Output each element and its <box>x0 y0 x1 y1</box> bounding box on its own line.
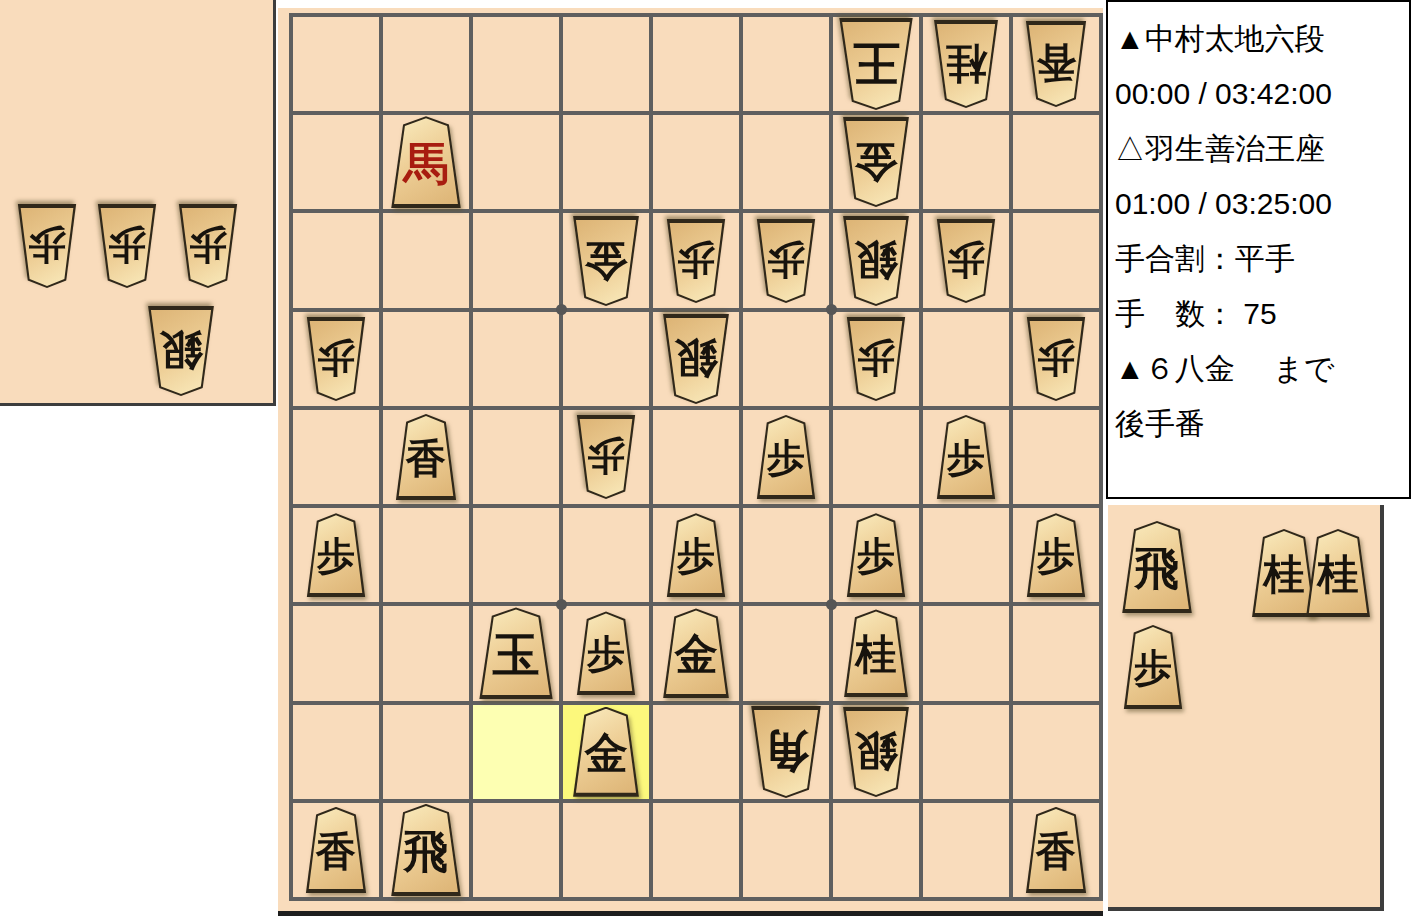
square-43[interactable]: 歩 <box>743 213 829 307</box>
piece-body: 銀 <box>841 216 911 306</box>
piece-gote-silver[interactable]: 銀 <box>661 314 731 404</box>
piece-kanji: 歩 <box>1025 537 1087 575</box>
piece-body: 金 <box>571 216 641 306</box>
piece-body: 歩 <box>1025 317 1087 401</box>
piece-kanji: 金 <box>661 633 731 676</box>
square-42[interactable] <box>743 115 829 209</box>
piece-kanji: 歩 <box>665 241 727 279</box>
piece-gote-lance[interactable]: 香 <box>1024 21 1088 107</box>
piece-kanji: 歩 <box>575 635 637 673</box>
piece-body: 歩 <box>16 204 78 288</box>
piece-gote-pawn[interactable]: 歩 <box>305 317 367 401</box>
piece-sente-promoted-bishop[interactable]: 馬 <box>389 116 463 208</box>
square-66[interactable] <box>563 508 649 602</box>
square-25[interactable]: 歩 <box>923 410 1009 504</box>
piece-gote-gold[interactable]: 金 <box>571 216 641 306</box>
square-18[interactable] <box>1013 705 1099 799</box>
square-69[interactable] <box>563 803 649 897</box>
piece-gote-pawn[interactable]: 歩 <box>177 204 239 288</box>
piece-gote-king[interactable]: 王 <box>837 18 915 110</box>
board-grid: 王桂香馬金金歩歩銀歩歩銀歩歩香歩歩歩歩歩歩歩玉歩金桂金角銀香飛香 <box>289 13 1103 901</box>
piece-body: 銀 <box>841 707 911 797</box>
square-61[interactable] <box>563 17 649 111</box>
piece-body: 歩 <box>845 513 907 597</box>
last-move-label: ▲６八金 まで <box>1115 341 1403 396</box>
piece-sente-king[interactable]: 玉 <box>477 607 555 699</box>
piece-kanji: 歩 <box>845 339 907 377</box>
square-74[interactable] <box>473 312 559 406</box>
piece-sente-pawn[interactable]: 歩 <box>665 513 727 597</box>
piece-gote-silver[interactable]: 銀 <box>146 306 216 396</box>
piece-sente-pawn[interactable]: 歩 <box>575 611 637 695</box>
square-29[interactable] <box>923 803 1009 897</box>
piece-kanji: 銀 <box>146 329 216 372</box>
square-35[interactable] <box>833 410 919 504</box>
piece-body: 金 <box>661 608 731 698</box>
piece-kanji: 歩 <box>755 241 817 279</box>
square-13[interactable] <box>1013 213 1099 307</box>
square-99[interactable]: 香 <box>293 803 379 897</box>
shogi-board: 王桂香馬金金歩歩銀歩歩銀歩歩香歩歩歩歩歩歩歩玉歩金桂金角銀香飛香 <box>278 8 1103 916</box>
square-41[interactable] <box>743 17 829 111</box>
square-85[interactable]: 香 <box>383 410 469 504</box>
square-96[interactable]: 歩 <box>293 508 379 602</box>
square-65[interactable]: 歩 <box>563 410 649 504</box>
square-49[interactable] <box>743 803 829 897</box>
square-84[interactable] <box>383 312 469 406</box>
square-79[interactable] <box>473 803 559 897</box>
piece-body: 馬 <box>389 116 463 208</box>
square-33[interactable]: 銀 <box>833 213 919 307</box>
piece-sente-knight[interactable]: 桂 <box>1304 529 1372 617</box>
square-39[interactable] <box>833 803 919 897</box>
square-58[interactable] <box>653 705 739 799</box>
square-91[interactable] <box>293 17 379 111</box>
square-97[interactable] <box>293 606 379 700</box>
piece-body: 桂 <box>932 20 1000 108</box>
square-51[interactable] <box>653 17 739 111</box>
piece-sente-rook[interactable]: 飛 <box>1120 521 1194 613</box>
square-46[interactable] <box>743 508 829 602</box>
square-62[interactable] <box>563 115 649 209</box>
square-76[interactable] <box>473 508 559 602</box>
piece-body: 飛 <box>1120 521 1194 613</box>
piece-gote-pawn[interactable]: 歩 <box>575 415 637 499</box>
square-36[interactable]: 歩 <box>833 508 919 602</box>
piece-body: 香 <box>1024 21 1088 107</box>
square-37[interactable]: 桂 <box>833 606 919 700</box>
piece-kanji: 銀 <box>661 336 731 379</box>
move-count-label: 手 数： 75 <box>1115 286 1403 341</box>
square-26[interactable] <box>923 508 1009 602</box>
piece-gote-knight[interactable]: 桂 <box>932 20 1000 108</box>
piece-kanji: 歩 <box>305 537 367 575</box>
square-54[interactable]: 銀 <box>653 312 739 406</box>
hoshi-dot <box>556 599 567 610</box>
square-22[interactable] <box>923 115 1009 209</box>
square-98[interactable] <box>293 705 379 799</box>
square-73[interactable] <box>473 213 559 307</box>
piece-body: 歩 <box>665 219 727 303</box>
piece-body: 桂 <box>842 609 910 697</box>
piece-kanji: 香 <box>1024 43 1088 83</box>
piece-kanji: 銀 <box>841 729 911 772</box>
piece-body: 金 <box>571 707 641 797</box>
piece-body: 歩 <box>1122 625 1184 709</box>
piece-kanji: 馬 <box>389 141 463 186</box>
piece-gote-pawn[interactable]: 歩 <box>755 219 817 303</box>
square-68[interactable]: 金 <box>563 705 649 799</box>
square-23[interactable]: 歩 <box>923 213 1009 307</box>
square-93[interactable] <box>293 213 379 307</box>
square-92[interactable] <box>293 115 379 209</box>
piece-kanji: 桂 <box>842 634 910 675</box>
sente-clock: 00:00 / 03:42:00 <box>1115 66 1403 121</box>
piece-body: 銀 <box>146 306 216 396</box>
square-86[interactable] <box>383 508 469 602</box>
square-75[interactable] <box>473 410 559 504</box>
square-15[interactable] <box>1013 410 1099 504</box>
square-88[interactable] <box>383 705 469 799</box>
gote-captured-pieces-tray: 歩歩歩銀 <box>0 0 276 406</box>
piece-sente-knight[interactable]: 桂 <box>842 609 910 697</box>
piece-body: 桂 <box>1304 529 1372 617</box>
piece-kanji: 金 <box>571 731 641 774</box>
square-16[interactable]: 歩 <box>1013 508 1099 602</box>
piece-sente-pawn[interactable]: 歩 <box>1122 625 1184 709</box>
piece-body: 銀 <box>661 314 731 404</box>
piece-kanji: 歩 <box>16 226 78 264</box>
piece-body: 金 <box>841 117 911 207</box>
piece-kanji: 銀 <box>841 238 911 281</box>
piece-body: 歩 <box>755 219 817 303</box>
square-52[interactable] <box>653 115 739 209</box>
piece-kanji: 飛 <box>1120 545 1194 590</box>
shogi-kifu-viewer: 歩歩歩銀 王桂香馬金金歩歩銀歩歩銀歩歩香歩歩歩歩歩歩歩玉歩金桂金角銀香飛香 ▲中… <box>0 0 1413 916</box>
piece-body: 歩 <box>305 513 367 597</box>
square-82[interactable]: 馬 <box>383 115 469 209</box>
square-32[interactable]: 金 <box>833 115 919 209</box>
square-45[interactable]: 歩 <box>743 410 829 504</box>
piece-kanji: 歩 <box>845 537 907 575</box>
piece-body: 歩 <box>935 415 997 499</box>
piece-body: 歩 <box>665 513 727 597</box>
piece-gote-pawn[interactable]: 歩 <box>665 219 727 303</box>
square-63[interactable]: 金 <box>563 213 649 307</box>
piece-gote-pawn[interactable]: 歩 <box>1025 317 1087 401</box>
square-12[interactable] <box>1013 115 1099 209</box>
square-34[interactable]: 歩 <box>833 312 919 406</box>
piece-gote-pawn[interactable]: 歩 <box>935 219 997 303</box>
square-67[interactable]: 歩 <box>563 606 649 700</box>
square-21[interactable]: 桂 <box>923 17 1009 111</box>
piece-gote-pawn[interactable]: 歩 <box>845 317 907 401</box>
piece-sente-lance[interactable]: 香 <box>1024 807 1088 893</box>
square-48[interactable]: 角 <box>743 705 829 799</box>
piece-kanji: 歩 <box>665 537 727 575</box>
square-59[interactable] <box>653 803 739 897</box>
square-47[interactable] <box>743 606 829 700</box>
gote-clock: 01:00 / 03:25:00 <box>1115 176 1403 231</box>
piece-sente-pawn[interactable]: 歩 <box>1025 513 1087 597</box>
square-28[interactable] <box>923 705 1009 799</box>
piece-body: 歩 <box>935 219 997 303</box>
piece-kanji: 金 <box>571 238 641 281</box>
piece-body: 歩 <box>177 204 239 288</box>
sente-captured-pieces-tray: 飛桂桂歩 <box>1108 505 1384 911</box>
piece-kanji: 歩 <box>1122 649 1184 687</box>
square-83[interactable] <box>383 213 469 307</box>
piece-body: 香 <box>304 807 368 893</box>
piece-sente-pawn[interactable]: 歩 <box>305 513 367 597</box>
piece-kanji: 香 <box>304 831 368 871</box>
piece-kanji: 桂 <box>932 43 1000 84</box>
piece-kanji: 王 <box>837 40 915 87</box>
piece-body: 歩 <box>845 317 907 401</box>
piece-body: 歩 <box>575 415 637 499</box>
square-53[interactable]: 歩 <box>653 213 739 307</box>
square-95[interactable] <box>293 410 379 504</box>
piece-body: 王 <box>837 18 915 110</box>
turn-indicator: 後手番 <box>1115 396 1403 451</box>
square-19[interactable]: 香 <box>1013 803 1099 897</box>
piece-body: 歩 <box>575 611 637 695</box>
square-17[interactable] <box>1013 606 1099 700</box>
square-31[interactable]: 王 <box>833 17 919 111</box>
piece-kanji: 桂 <box>1304 553 1372 594</box>
piece-gote-pawn[interactable]: 歩 <box>96 204 158 288</box>
piece-body: 歩 <box>755 415 817 499</box>
piece-kanji: 玉 <box>477 631 555 678</box>
piece-kanji: 歩 <box>1025 339 1087 377</box>
square-81[interactable] <box>383 17 469 111</box>
piece-sente-rook[interactable]: 飛 <box>389 804 463 896</box>
square-57[interactable]: 金 <box>653 606 739 700</box>
piece-kanji: 飛 <box>389 828 463 873</box>
piece-body: 玉 <box>477 607 555 699</box>
piece-body: 香 <box>394 414 458 500</box>
piece-gote-bishop[interactable]: 角 <box>749 706 823 798</box>
square-55[interactable] <box>653 410 739 504</box>
square-72[interactable] <box>473 115 559 209</box>
piece-body: 飛 <box>389 804 463 896</box>
piece-body: 歩 <box>96 204 158 288</box>
piece-kanji: 香 <box>1024 831 1088 871</box>
square-89[interactable]: 飛 <box>383 803 469 897</box>
square-24[interactable] <box>923 312 1009 406</box>
piece-sente-lance[interactable]: 香 <box>394 414 458 500</box>
piece-kanji: 歩 <box>96 226 158 264</box>
square-11[interactable]: 香 <box>1013 17 1099 111</box>
piece-body: 香 <box>1024 807 1088 893</box>
handicap-label: 手合割：平手 <box>1115 231 1403 286</box>
piece-kanji: 金 <box>841 140 911 183</box>
piece-kanji: 歩 <box>177 226 239 264</box>
square-64[interactable] <box>563 312 649 406</box>
piece-kanji: 歩 <box>935 439 997 477</box>
piece-gote-silver[interactable]: 銀 <box>841 216 911 306</box>
piece-kanji: 香 <box>394 438 458 478</box>
piece-kanji: 歩 <box>305 339 367 377</box>
square-71[interactable] <box>473 17 559 111</box>
square-94[interactable]: 歩 <box>293 312 379 406</box>
piece-sente-pawn[interactable]: 歩 <box>935 415 997 499</box>
square-38[interactable]: 銀 <box>833 705 919 799</box>
piece-kanji: 角 <box>749 728 823 773</box>
piece-sente-pawn[interactable]: 歩 <box>845 513 907 597</box>
hoshi-dot <box>826 304 837 315</box>
hoshi-dot <box>826 599 837 610</box>
hoshi-dot <box>556 304 567 315</box>
piece-kanji: 歩 <box>935 241 997 279</box>
gote-player-name: △羽生善治王座 <box>1115 121 1403 176</box>
piece-kanji: 歩 <box>755 439 817 477</box>
square-14[interactable]: 歩 <box>1013 312 1099 406</box>
piece-gote-pawn[interactable]: 歩 <box>16 204 78 288</box>
sente-player-name: ▲中村太地六段 <box>1115 11 1403 66</box>
piece-body: 角 <box>749 706 823 798</box>
piece-body: 歩 <box>1025 513 1087 597</box>
square-77[interactable]: 玉 <box>473 606 559 700</box>
piece-gote-silver[interactable]: 銀 <box>841 707 911 797</box>
square-44[interactable] <box>743 312 829 406</box>
piece-sente-gold[interactable]: 金 <box>571 707 641 797</box>
piece-kanji: 歩 <box>575 437 637 475</box>
square-56[interactable]: 歩 <box>653 508 739 602</box>
square-87[interactable] <box>383 606 469 700</box>
piece-body: 歩 <box>305 317 367 401</box>
square-27[interactable] <box>923 606 1009 700</box>
game-info-panel: ▲中村太地六段 00:00 / 03:42:00 △羽生善治王座 01:00 /… <box>1106 0 1411 499</box>
piece-sente-pawn[interactable]: 歩 <box>755 415 817 499</box>
piece-sente-gold[interactable]: 金 <box>661 608 731 698</box>
piece-sente-lance[interactable]: 香 <box>304 807 368 893</box>
square-78[interactable] <box>473 705 559 799</box>
piece-gote-gold[interactable]: 金 <box>841 117 911 207</box>
